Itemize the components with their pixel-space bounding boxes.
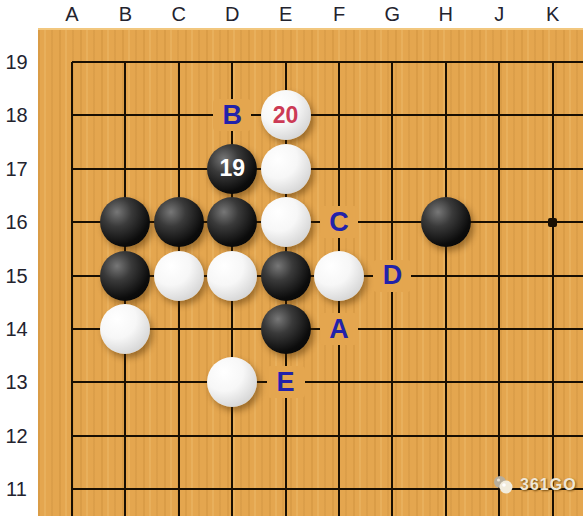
- grid-hline-13: [72, 381, 583, 383]
- row-label-16: 16: [0, 209, 33, 235]
- move-number-20: 20: [273, 104, 299, 127]
- black-stone-D17: 19: [207, 144, 257, 194]
- row-label-11: 11: [0, 476, 33, 502]
- point-label-D-G15: D: [373, 260, 411, 292]
- point-label-B-D18: B: [213, 99, 251, 131]
- black-stone-E14: [261, 304, 311, 354]
- black-stone-E15: [261, 251, 311, 301]
- grid-hline-17: [72, 168, 583, 170]
- column-label-C: C: [172, 1, 186, 27]
- row-label-14: 14: [0, 316, 33, 342]
- grid-vline-K: [552, 62, 554, 516]
- row-label-15: 15: [0, 263, 33, 289]
- grid-vline-A: [71, 62, 73, 516]
- column-label-F: F: [333, 1, 345, 27]
- white-stone-F15: [314, 251, 364, 301]
- point-label-E-E13: E: [267, 366, 305, 398]
- star-point-K16: [548, 218, 557, 227]
- grid-hline-19: [72, 61, 583, 63]
- white-stone-C15: [154, 251, 204, 301]
- black-stone-B15: [100, 251, 150, 301]
- white-stone-E17: [261, 144, 311, 194]
- point-label-C-F16: C: [320, 206, 358, 238]
- column-label-J: J: [494, 1, 504, 27]
- black-stone-H16: [421, 197, 471, 247]
- white-stone-E16: [261, 197, 311, 247]
- grid-hline-18: [72, 114, 583, 116]
- white-stone-E18: 20: [261, 90, 311, 140]
- column-label-H: H: [439, 1, 453, 27]
- row-label-17: 17: [0, 156, 33, 182]
- black-stone-C16: [154, 197, 204, 247]
- grid-vline-J: [498, 62, 500, 516]
- row-label-18: 18: [0, 102, 33, 128]
- column-label-E: E: [279, 1, 292, 27]
- grid-hline-11: [72, 488, 583, 490]
- column-label-B: B: [119, 1, 132, 27]
- grid-hline-12: [72, 435, 583, 437]
- move-number-19: 19: [219, 157, 245, 180]
- column-label-K: K: [546, 1, 559, 27]
- row-label-19: 19: [0, 49, 33, 75]
- column-label-G: G: [385, 1, 401, 27]
- go-diagram: ABCDEFGHJK 191817161514131211 BCDAE 2019…: [0, 0, 583, 516]
- column-label-A: A: [65, 1, 78, 27]
- row-label-13: 13: [0, 369, 33, 395]
- grid-vline-H: [445, 62, 447, 516]
- white-stone-D15: [207, 251, 257, 301]
- point-label-A-F14: A: [320, 313, 358, 345]
- column-label-D: D: [225, 1, 239, 27]
- row-label-12: 12: [0, 423, 33, 449]
